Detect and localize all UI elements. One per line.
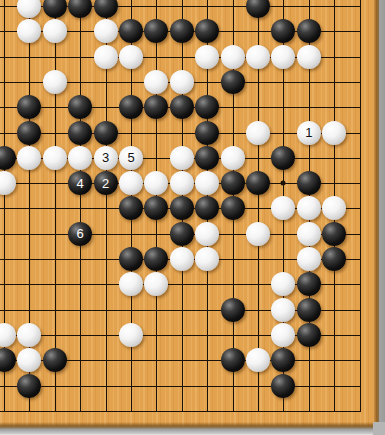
white-stone[interactable]	[195, 222, 219, 246]
black-stone[interactable]	[195, 196, 219, 220]
go-game-screenshot: 135426	[0, 0, 385, 435]
white-stone[interactable]	[94, 45, 118, 69]
white-stone[interactable]	[221, 146, 245, 170]
black-stone[interactable]	[119, 247, 143, 271]
black-stone[interactable]	[68, 121, 92, 145]
board-bottom-edge	[0, 422, 385, 435]
white-stone[interactable]	[271, 272, 295, 296]
white-stone[interactable]	[170, 70, 194, 94]
star-point	[281, 181, 286, 186]
white-stone[interactable]	[119, 45, 143, 69]
black-stone[interactable]	[221, 348, 245, 372]
numbered-stone-3[interactable]: 3	[94, 146, 118, 170]
black-stone[interactable]	[17, 374, 41, 398]
numbered-stone-1[interactable]: 1	[297, 121, 321, 145]
white-stone[interactable]	[271, 323, 295, 347]
move-number-label: 6	[77, 227, 84, 240]
black-stone[interactable]	[144, 196, 168, 220]
white-stone[interactable]	[170, 171, 194, 195]
black-stone[interactable]	[322, 222, 346, 246]
white-stone[interactable]	[221, 45, 245, 69]
black-stone[interactable]	[170, 19, 194, 43]
white-stone[interactable]	[17, 348, 41, 372]
black-stone[interactable]	[297, 323, 321, 347]
grid-line-horizontal	[0, 386, 361, 387]
white-stone[interactable]	[297, 45, 321, 69]
black-stone[interactable]	[195, 121, 219, 145]
black-stone[interactable]	[297, 19, 321, 43]
black-stone[interactable]	[221, 70, 245, 94]
grid-line-horizontal	[0, 411, 361, 412]
white-stone[interactable]	[246, 348, 270, 372]
white-stone[interactable]	[271, 196, 295, 220]
white-stone[interactable]	[68, 146, 92, 170]
black-stone[interactable]	[119, 19, 143, 43]
white-stone[interactable]	[17, 0, 41, 18]
white-stone[interactable]	[170, 247, 194, 271]
white-stone[interactable]	[94, 19, 118, 43]
black-stone[interactable]	[221, 298, 245, 322]
black-stone[interactable]	[195, 19, 219, 43]
black-stone[interactable]	[144, 19, 168, 43]
black-stone[interactable]	[119, 196, 143, 220]
white-stone[interactable]	[119, 272, 143, 296]
black-stone[interactable]	[195, 146, 219, 170]
white-stone[interactable]	[144, 272, 168, 296]
black-stone[interactable]	[195, 95, 219, 119]
grid-line-vertical	[80, 0, 81, 411]
white-stone[interactable]	[297, 247, 321, 271]
white-stone[interactable]	[195, 247, 219, 271]
black-stone[interactable]	[170, 222, 194, 246]
white-stone[interactable]	[43, 70, 67, 94]
black-stone[interactable]	[68, 0, 92, 18]
white-stone[interactable]	[271, 45, 295, 69]
white-stone[interactable]	[17, 323, 41, 347]
numbered-stone-2[interactable]: 2	[94, 171, 118, 195]
black-stone[interactable]	[221, 171, 245, 195]
move-number-label: 1	[305, 126, 312, 139]
white-stone[interactable]	[17, 19, 41, 43]
white-stone[interactable]	[195, 171, 219, 195]
black-stone[interactable]	[17, 121, 41, 145]
white-stone[interactable]	[271, 298, 295, 322]
board-edge-corner	[373, 422, 385, 435]
white-stone[interactable]	[322, 121, 346, 145]
black-stone[interactable]	[144, 95, 168, 119]
numbered-stone-4[interactable]: 4	[68, 171, 92, 195]
white-stone[interactable]	[119, 171, 143, 195]
black-stone[interactable]	[170, 196, 194, 220]
black-stone[interactable]	[144, 247, 168, 271]
black-stone[interactable]	[68, 95, 92, 119]
go-board[interactable]: 135426	[0, 0, 385, 435]
white-stone[interactable]	[322, 196, 346, 220]
white-stone[interactable]	[17, 146, 41, 170]
white-stone[interactable]	[246, 222, 270, 246]
black-stone[interactable]	[0, 348, 16, 372]
white-stone[interactable]	[297, 222, 321, 246]
white-stone[interactable]	[246, 45, 270, 69]
white-stone[interactable]	[119, 323, 143, 347]
black-stone[interactable]	[119, 95, 143, 119]
white-stone[interactable]	[43, 146, 67, 170]
white-stone[interactable]	[144, 70, 168, 94]
black-stone[interactable]	[271, 374, 295, 398]
move-number-label: 4	[77, 177, 84, 190]
black-stone[interactable]	[297, 272, 321, 296]
black-stone[interactable]	[297, 171, 321, 195]
board-right-edge	[373, 0, 385, 435]
black-stone[interactable]	[17, 95, 41, 119]
white-stone[interactable]	[144, 171, 168, 195]
black-stone[interactable]	[297, 298, 321, 322]
white-stone[interactable]	[195, 45, 219, 69]
white-stone[interactable]	[170, 146, 194, 170]
black-stone[interactable]	[271, 348, 295, 372]
white-stone[interactable]	[246, 121, 270, 145]
black-stone[interactable]	[0, 146, 16, 170]
black-stone[interactable]	[94, 0, 118, 18]
black-stone[interactable]	[246, 0, 270, 18]
white-stone[interactable]	[0, 171, 16, 195]
black-stone[interactable]	[271, 146, 295, 170]
white-stone[interactable]	[0, 323, 16, 347]
black-stone[interactable]	[221, 196, 245, 220]
black-stone[interactable]	[43, 348, 67, 372]
black-stone[interactable]	[170, 95, 194, 119]
move-number-label: 5	[127, 151, 134, 164]
black-stone[interactable]	[246, 171, 270, 195]
move-number-label: 2	[102, 177, 109, 190]
numbered-stone-5[interactable]: 5	[119, 146, 143, 170]
grid-line-vertical	[360, 0, 361, 411]
numbered-stone-6[interactable]: 6	[68, 222, 92, 246]
black-stone[interactable]	[94, 121, 118, 145]
black-stone[interactable]	[322, 247, 346, 271]
white-stone[interactable]	[43, 19, 67, 43]
black-stone[interactable]	[43, 0, 67, 18]
move-number-label: 3	[102, 151, 109, 164]
black-stone[interactable]	[271, 19, 295, 43]
white-stone[interactable]	[297, 196, 321, 220]
